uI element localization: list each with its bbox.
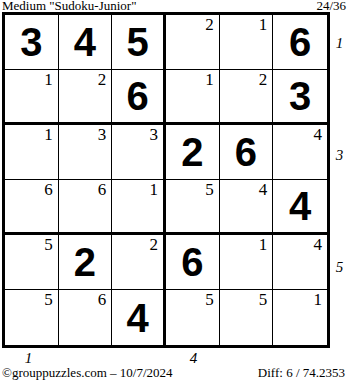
header: Medium "Sudoku-Junior" 24/36 bbox=[2, 0, 346, 12]
cell-r2c3[interactable]: 6 bbox=[112, 70, 166, 125]
cell-r6c1[interactable]: 5 bbox=[5, 290, 59, 345]
cell-r4c4[interactable]: 5 bbox=[166, 180, 220, 235]
cell-r1c1[interactable]: 3 bbox=[5, 15, 59, 70]
cell-r6c5[interactable]: 5 bbox=[220, 290, 274, 345]
cell-r5c6[interactable]: 4 bbox=[273, 235, 327, 290]
given-digit: 2 bbox=[181, 132, 203, 172]
pencil-mark: 6 bbox=[98, 181, 107, 199]
cell-r3c6[interactable]: 4 bbox=[273, 125, 327, 180]
given-digit: 6 bbox=[289, 22, 311, 62]
cell-r6c2[interactable]: 6 bbox=[59, 290, 113, 345]
col-label-1: 1 bbox=[22, 351, 35, 366]
given-digit: 6 bbox=[181, 242, 203, 282]
pencil-mark: 6 bbox=[44, 181, 53, 199]
cell-r2c2[interactable]: 2 bbox=[59, 70, 113, 125]
pencil-mark: 1 bbox=[150, 181, 159, 199]
cell-r1c2[interactable]: 4 bbox=[59, 15, 113, 70]
row-label-3: 3 bbox=[333, 148, 346, 163]
row-label-5: 5 bbox=[333, 260, 346, 275]
cell-r5c2[interactable]: 2 bbox=[59, 235, 113, 290]
cell-r2c1[interactable]: 1 bbox=[5, 70, 59, 125]
pencil-mark: 1 bbox=[205, 71, 214, 89]
given-digit: 4 bbox=[74, 22, 96, 62]
pencil-mark: 4 bbox=[314, 126, 323, 144]
given-digit: 4 bbox=[127, 298, 149, 338]
given-digit: 4 bbox=[289, 186, 311, 226]
pencil-mark: 4 bbox=[259, 181, 268, 199]
pencil-mark: 1 bbox=[259, 236, 268, 254]
pencil-mark: 3 bbox=[150, 126, 159, 144]
pencil-mark: 5 bbox=[205, 291, 214, 309]
cell-r4c1[interactable]: 6 bbox=[5, 180, 59, 235]
pencil-mark: 6 bbox=[98, 291, 107, 309]
given-digit: 6 bbox=[235, 132, 257, 172]
cell-r6c3[interactable]: 4 bbox=[112, 290, 166, 345]
cell-r6c6[interactable]: 1 bbox=[273, 290, 327, 345]
footer: ©grouppuzzles.com – 10/7/2024 Diff: 6 / … bbox=[2, 366, 345, 379]
pencil-mark: 2 bbox=[205, 16, 214, 34]
cell-r2c5[interactable]: 2 bbox=[220, 70, 274, 125]
cell-r1c5[interactable]: 1 bbox=[220, 15, 274, 70]
difficulty-text: Diff: 6 / 74.2353 bbox=[258, 366, 345, 379]
cell-r5c3[interactable]: 2 bbox=[112, 235, 166, 290]
given-digit: 3 bbox=[20, 22, 42, 62]
pencil-mark: 1 bbox=[259, 16, 268, 34]
pencil-mark: 1 bbox=[44, 71, 53, 89]
cell-r4c2[interactable]: 6 bbox=[59, 180, 113, 235]
sudoku-grid: 345216126123133264661544522614564551 bbox=[2, 12, 330, 348]
cell-r1c6[interactable]: 6 bbox=[273, 15, 327, 70]
cell-r5c5[interactable]: 1 bbox=[220, 235, 274, 290]
pencil-mark: 2 bbox=[150, 236, 159, 254]
pencil-mark: 4 bbox=[314, 236, 323, 254]
cell-r1c4[interactable]: 2 bbox=[166, 15, 220, 70]
cell-r4c3[interactable]: 1 bbox=[112, 180, 166, 235]
pencil-mark: 5 bbox=[259, 291, 268, 309]
cell-r3c2[interactable]: 3 bbox=[59, 125, 113, 180]
given-digit: 3 bbox=[289, 76, 311, 116]
copyright-text: ©grouppuzzles.com – 10/7/2024 bbox=[2, 366, 173, 379]
cell-r3c3[interactable]: 3 bbox=[112, 125, 166, 180]
cell-r2c4[interactable]: 1 bbox=[166, 70, 220, 125]
cell-r3c1[interactable]: 1 bbox=[5, 125, 59, 180]
pencil-mark: 5 bbox=[44, 291, 53, 309]
puzzle-page: Medium "Sudoku-Junior" 24/36 34521612612… bbox=[0, 0, 347, 381]
cell-r5c1[interactable]: 5 bbox=[5, 235, 59, 290]
given-digit: 6 bbox=[127, 76, 149, 116]
pencil-mark: 2 bbox=[259, 71, 268, 89]
puzzle-title: Medium "Sudoku-Junior" bbox=[2, 0, 136, 12]
cell-counter: 24/36 bbox=[316, 0, 346, 12]
cell-r6c4[interactable]: 5 bbox=[166, 290, 220, 345]
cell-r2c6[interactable]: 3 bbox=[273, 70, 327, 125]
cell-r4c6[interactable]: 4 bbox=[273, 180, 327, 235]
row-label-1: 1 bbox=[333, 36, 346, 51]
pencil-mark: 3 bbox=[98, 126, 107, 144]
cell-r3c5[interactable]: 6 bbox=[220, 125, 274, 180]
pencil-mark: 2 bbox=[98, 71, 107, 89]
cell-r3c4[interactable]: 2 bbox=[166, 125, 220, 180]
col-label-4: 4 bbox=[187, 351, 200, 366]
pencil-mark: 5 bbox=[205, 181, 214, 199]
given-digit: 5 bbox=[127, 22, 149, 62]
cell-r4c5[interactable]: 4 bbox=[220, 180, 274, 235]
pencil-mark: 1 bbox=[44, 126, 53, 144]
cell-r5c4[interactable]: 6 bbox=[166, 235, 220, 290]
pencil-mark: 1 bbox=[314, 291, 323, 309]
cell-r1c3[interactable]: 5 bbox=[112, 15, 166, 70]
given-digit: 2 bbox=[74, 242, 96, 282]
pencil-mark: 5 bbox=[44, 236, 53, 254]
